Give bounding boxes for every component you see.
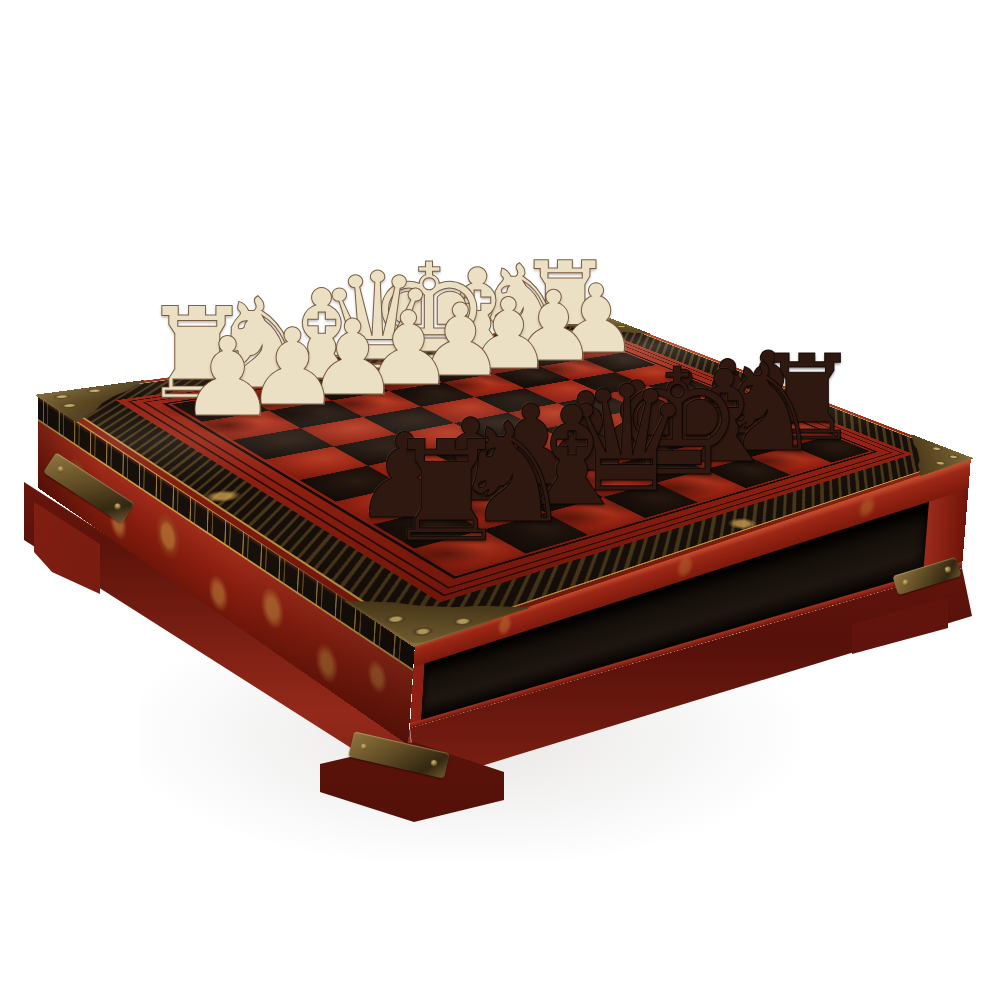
piece-dark-rook-a8[interactable]: ♜ <box>384 423 509 562</box>
piece-white-pawn-a2[interactable]: ♟ <box>179 323 277 432</box>
product-photo-stage: ♜♞♝♛♚♝♞♜♟♟♟♟♟♟♟♟♟♟♟♟♟♟♟♟♜♞♝♛♚♝♞♜ <box>0 0 990 990</box>
pawn-glyph: ♟ <box>179 323 277 432</box>
rook-glyph: ♜ <box>384 423 509 562</box>
